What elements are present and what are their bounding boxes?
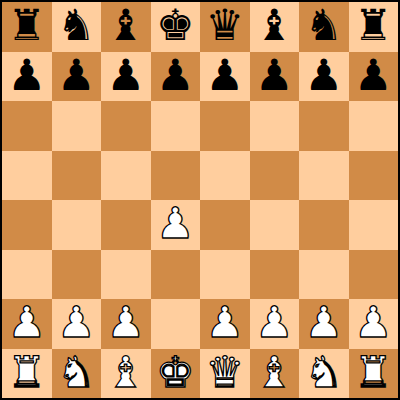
square-f2[interactable]: ♟ <box>101 299 151 349</box>
square-e2[interactable] <box>151 299 201 349</box>
chess-board: ♜♞♝♚♛♝♞♜♟♟♟♟♟♟♟♟♟♟♟♟♟♟♟♟♜♞♝♚♛♝♞♜ <box>0 0 400 400</box>
square-a4[interactable] <box>349 200 399 250</box>
square-f6[interactable] <box>101 101 151 151</box>
square-g8[interactable]: ♞ <box>52 2 102 52</box>
square-e1[interactable]: ♚ <box>151 349 201 399</box>
square-f8[interactable]: ♝ <box>101 2 151 52</box>
piece-white-pawn[interactable]: ♟ <box>205 301 244 344</box>
piece-black-knight[interactable]: ♞ <box>57 4 96 47</box>
piece-white-knight[interactable]: ♞ <box>304 351 343 394</box>
piece-white-pawn[interactable]: ♟ <box>106 301 145 344</box>
square-h8[interactable]: ♜ <box>2 2 52 52</box>
square-h2[interactable]: ♟ <box>2 299 52 349</box>
square-a1[interactable]: ♜ <box>349 349 399 399</box>
square-d3[interactable] <box>200 250 250 300</box>
square-c2[interactable]: ♟ <box>250 299 300 349</box>
piece-white-bishop[interactable]: ♝ <box>255 351 294 394</box>
square-b7[interactable]: ♟ <box>299 52 349 102</box>
square-b3[interactable] <box>299 250 349 300</box>
piece-black-king[interactable]: ♚ <box>156 4 195 47</box>
piece-black-pawn[interactable]: ♟ <box>205 54 244 97</box>
square-a8[interactable]: ♜ <box>349 2 399 52</box>
square-e5[interactable] <box>151 151 201 201</box>
piece-black-pawn[interactable]: ♟ <box>106 54 145 97</box>
square-h3[interactable] <box>2 250 52 300</box>
square-a7[interactable]: ♟ <box>349 52 399 102</box>
square-d8[interactable]: ♛ <box>200 2 250 52</box>
piece-black-pawn[interactable]: ♟ <box>57 54 96 97</box>
square-e4[interactable]: ♟ <box>151 200 201 250</box>
square-h6[interactable] <box>2 101 52 151</box>
square-c5[interactable] <box>250 151 300 201</box>
square-d1[interactable]: ♛ <box>200 349 250 399</box>
square-f7[interactable]: ♟ <box>101 52 151 102</box>
square-c7[interactable]: ♟ <box>250 52 300 102</box>
square-g5[interactable] <box>52 151 102 201</box>
square-g7[interactable]: ♟ <box>52 52 102 102</box>
square-d4[interactable] <box>200 200 250 250</box>
piece-black-bishop[interactable]: ♝ <box>255 4 294 47</box>
square-d2[interactable]: ♟ <box>200 299 250 349</box>
square-a5[interactable] <box>349 151 399 201</box>
piece-white-pawn[interactable]: ♟ <box>354 301 393 344</box>
piece-white-bishop[interactable]: ♝ <box>106 351 145 394</box>
piece-black-pawn[interactable]: ♟ <box>304 54 343 97</box>
square-g4[interactable] <box>52 200 102 250</box>
piece-white-pawn[interactable]: ♟ <box>7 301 46 344</box>
square-e7[interactable]: ♟ <box>151 52 201 102</box>
piece-white-pawn[interactable]: ♟ <box>304 301 343 344</box>
piece-white-knight[interactable]: ♞ <box>57 351 96 394</box>
square-g2[interactable]: ♟ <box>52 299 102 349</box>
square-f3[interactable] <box>101 250 151 300</box>
square-f4[interactable] <box>101 200 151 250</box>
piece-black-knight[interactable]: ♞ <box>304 4 343 47</box>
piece-black-bishop[interactable]: ♝ <box>106 4 145 47</box>
square-f5[interactable] <box>101 151 151 201</box>
square-g1[interactable]: ♞ <box>52 349 102 399</box>
square-h1[interactable]: ♜ <box>2 349 52 399</box>
square-g3[interactable] <box>52 250 102 300</box>
square-b4[interactable] <box>299 200 349 250</box>
square-d5[interactable] <box>200 151 250 201</box>
square-b6[interactable] <box>299 101 349 151</box>
piece-white-rook[interactable]: ♜ <box>354 351 393 394</box>
square-b1[interactable]: ♞ <box>299 349 349 399</box>
piece-white-king[interactable]: ♚ <box>156 351 195 394</box>
square-a2[interactable]: ♟ <box>349 299 399 349</box>
square-a3[interactable] <box>349 250 399 300</box>
square-a6[interactable] <box>349 101 399 151</box>
square-e3[interactable] <box>151 250 201 300</box>
square-g6[interactable] <box>52 101 102 151</box>
square-c4[interactable] <box>250 200 300 250</box>
square-b2[interactable]: ♟ <box>299 299 349 349</box>
piece-black-queen[interactable]: ♛ <box>205 4 244 47</box>
square-h5[interactable] <box>2 151 52 201</box>
square-c3[interactable] <box>250 250 300 300</box>
square-e6[interactable] <box>151 101 201 151</box>
piece-white-pawn[interactable]: ♟ <box>57 301 96 344</box>
piece-black-pawn[interactable]: ♟ <box>255 54 294 97</box>
square-f1[interactable]: ♝ <box>101 349 151 399</box>
piece-black-pawn[interactable]: ♟ <box>7 54 46 97</box>
square-b5[interactable] <box>299 151 349 201</box>
square-d6[interactable] <box>200 101 250 151</box>
square-e8[interactable]: ♚ <box>151 2 201 52</box>
piece-white-pawn[interactable]: ♟ <box>156 202 195 245</box>
square-b8[interactable]: ♞ <box>299 2 349 52</box>
piece-black-rook[interactable]: ♜ <box>7 4 46 47</box>
square-c6[interactable] <box>250 101 300 151</box>
square-h4[interactable] <box>2 200 52 250</box>
piece-black-pawn[interactable]: ♟ <box>156 54 195 97</box>
square-d7[interactable]: ♟ <box>200 52 250 102</box>
piece-white-rook[interactable]: ♜ <box>7 351 46 394</box>
square-h7[interactable]: ♟ <box>2 52 52 102</box>
piece-white-queen[interactable]: ♛ <box>205 351 244 394</box>
square-c8[interactable]: ♝ <box>250 2 300 52</box>
piece-black-pawn[interactable]: ♟ <box>354 54 393 97</box>
square-c1[interactable]: ♝ <box>250 349 300 399</box>
piece-black-rook[interactable]: ♜ <box>354 4 393 47</box>
piece-white-pawn[interactable]: ♟ <box>255 301 294 344</box>
